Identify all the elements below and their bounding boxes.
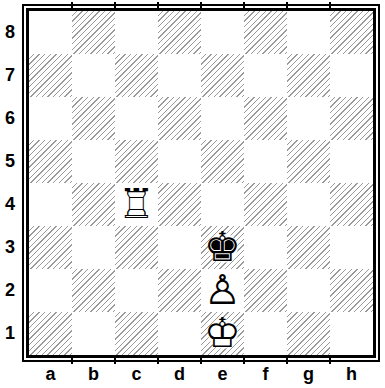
square-e2[interactable]: ♙ <box>201 269 244 312</box>
square-d3[interactable] <box>158 226 201 269</box>
square-h7[interactable] <box>330 54 373 97</box>
border-tick <box>71 355 73 364</box>
border-tick <box>200 355 202 364</box>
square-b1[interactable] <box>72 312 115 355</box>
square-b5[interactable] <box>72 140 115 183</box>
square-b8[interactable] <box>72 11 115 54</box>
border-tick <box>114 355 116 364</box>
square-f8[interactable] <box>244 11 287 54</box>
square-b2[interactable] <box>72 269 115 312</box>
square-f1[interactable] <box>244 312 287 355</box>
square-c6[interactable] <box>115 97 158 140</box>
rank-label-6: 6 <box>0 97 20 140</box>
square-h6[interactable] <box>330 97 373 140</box>
square-d8[interactable] <box>158 11 201 54</box>
square-a3[interactable] <box>29 226 72 269</box>
square-c3[interactable] <box>115 226 158 269</box>
square-g6[interactable] <box>287 97 330 140</box>
border-tick <box>243 2 245 10</box>
square-f2[interactable] <box>244 269 287 312</box>
square-c2[interactable] <box>115 269 158 312</box>
file-labels: abcdefgh <box>29 362 373 386</box>
square-e5[interactable] <box>201 140 244 183</box>
square-e1[interactable]: ♔ <box>201 312 244 355</box>
square-f3[interactable] <box>244 226 287 269</box>
border-tick <box>157 355 159 364</box>
border-tick <box>243 355 245 364</box>
border-tick <box>286 355 288 364</box>
square-g4[interactable] <box>287 183 330 226</box>
file-label-e: e <box>201 362 244 386</box>
border-tick <box>329 355 331 364</box>
square-f4[interactable] <box>244 183 287 226</box>
square-a6[interactable] <box>29 97 72 140</box>
rank-label-5: 5 <box>0 140 20 183</box>
square-h5[interactable] <box>330 140 373 183</box>
square-e6[interactable] <box>201 97 244 140</box>
white-rook-piece[interactable]: ♖ <box>116 184 158 226</box>
square-e7[interactable] <box>201 54 244 97</box>
file-label-g: g <box>287 362 330 386</box>
square-f5[interactable] <box>244 140 287 183</box>
square-d7[interactable] <box>158 54 201 97</box>
white-pawn-piece[interactable]: ♙ <box>202 270 244 312</box>
file-label-f: f <box>244 362 287 386</box>
square-d1[interactable] <box>158 312 201 355</box>
square-c5[interactable] <box>115 140 158 183</box>
square-d6[interactable] <box>158 97 201 140</box>
square-d2[interactable] <box>158 269 201 312</box>
square-d4[interactable] <box>158 183 201 226</box>
square-g3[interactable] <box>287 226 330 269</box>
square-e4[interactable] <box>201 183 244 226</box>
file-label-d: d <box>158 362 201 386</box>
board-frame-inner: ♖♚♙♔ <box>26 8 376 358</box>
square-g1[interactable] <box>287 312 330 355</box>
square-d5[interactable] <box>158 140 201 183</box>
border-tick <box>71 2 73 10</box>
rank-label-3: 3 <box>0 226 20 269</box>
file-label-c: c <box>115 362 158 386</box>
square-b4[interactable] <box>72 183 115 226</box>
rank-label-4: 4 <box>0 183 20 226</box>
square-a7[interactable] <box>29 54 72 97</box>
square-e8[interactable] <box>201 11 244 54</box>
square-c1[interactable] <box>115 312 158 355</box>
square-a2[interactable] <box>29 269 72 312</box>
square-b6[interactable] <box>72 97 115 140</box>
file-label-a: a <box>29 362 72 386</box>
rank-label-7: 7 <box>0 54 20 97</box>
file-label-h: h <box>330 362 373 386</box>
square-b3[interactable] <box>72 226 115 269</box>
square-c7[interactable] <box>115 54 158 97</box>
square-g8[interactable] <box>287 11 330 54</box>
square-f6[interactable] <box>244 97 287 140</box>
square-a1[interactable] <box>29 312 72 355</box>
square-a5[interactable] <box>29 140 72 183</box>
square-e3[interactable]: ♚ <box>201 226 244 269</box>
black-king-piece[interactable]: ♚ <box>202 227 244 269</box>
square-g2[interactable] <box>287 269 330 312</box>
board-frame: ♖♚♙♔ <box>22 4 380 362</box>
square-h2[interactable] <box>330 269 373 312</box>
border-tick <box>329 2 331 10</box>
square-c8[interactable] <box>115 11 158 54</box>
rank-labels: 87654321 <box>0 11 20 355</box>
square-g5[interactable] <box>287 140 330 183</box>
square-h1[interactable] <box>330 312 373 355</box>
chess-board: ♖♚♙♔ <box>29 11 373 355</box>
border-tick <box>114 2 116 10</box>
border-tick <box>286 2 288 10</box>
file-label-b: b <box>72 362 115 386</box>
square-h4[interactable] <box>330 183 373 226</box>
square-h3[interactable] <box>330 226 373 269</box>
square-h8[interactable] <box>330 11 373 54</box>
square-c4[interactable]: ♖ <box>115 183 158 226</box>
rank-label-2: 2 <box>0 269 20 312</box>
chess-diagram: 87654321 ♖♚♙♔ abcdefgh <box>0 0 385 388</box>
white-king-piece[interactable]: ♔ <box>202 313 244 355</box>
rank-label-1: 1 <box>0 312 20 355</box>
square-b7[interactable] <box>72 54 115 97</box>
border-tick <box>157 2 159 10</box>
rank-label-8: 8 <box>0 11 20 54</box>
border-tick <box>200 2 202 10</box>
square-f7[interactable] <box>244 54 287 97</box>
square-g7[interactable] <box>287 54 330 97</box>
square-a8[interactable] <box>29 11 72 54</box>
square-a4[interactable] <box>29 183 72 226</box>
